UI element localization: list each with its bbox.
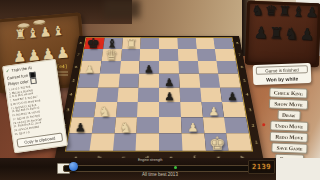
square-e1[interactable]	[159, 133, 182, 150]
square-c3[interactable]	[116, 102, 138, 117]
active-item-dot	[262, 123, 265, 126]
difficulty-slider-track[interactable]	[63, 165, 253, 172]
square-h3[interactable]	[222, 102, 246, 117]
white-pawn-a6[interactable]: ♟	[85, 65, 95, 74]
square-f2[interactable]: ♟	[181, 117, 204, 133]
captured-black-tray: ♞♛♜♝♟ ♟♜♞♟	[245, 1, 320, 68]
square-b7[interactable]: ♛	[101, 49, 121, 61]
square-g7[interactable]	[196, 49, 216, 61]
square-c4[interactable]	[117, 87, 139, 101]
square-e4[interactable]: ♟	[159, 87, 180, 101]
square-g5[interactable]	[199, 74, 221, 87]
square-d3[interactable]	[137, 102, 159, 117]
white-knight-c2[interactable]: ♞	[119, 122, 132, 133]
chess-board: ♚♝♜♛♟♟♟♟♟♞♟♟♞♟♚ abcdefgh 87654321 876543…	[54, 36, 264, 162]
captured-black-pawn: ♟	[305, 5, 318, 19]
square-e8[interactable]	[159, 38, 178, 49]
square-f1[interactable]	[181, 133, 205, 150]
square-a6[interactable]: ♟	[80, 61, 102, 74]
white-rook-c8[interactable]: ♜	[125, 39, 137, 49]
square-d7[interactable]	[140, 49, 159, 61]
captured-black-pawn: ♟	[300, 27, 315, 43]
square-e2[interactable]	[159, 117, 181, 133]
square-a3[interactable]	[72, 102, 96, 117]
captured-black-bishop: ♝	[292, 4, 305, 18]
black-pawn-a2[interactable]: ♟	[75, 124, 86, 134]
square-f8[interactable]	[177, 38, 196, 49]
captured-white-bishop: ♝	[52, 24, 65, 38]
white-pawn-g3[interactable]: ♟	[208, 108, 219, 117]
captured-white-pawn: ♟	[39, 25, 52, 39]
menu-button-check-king[interactable]: Check King	[269, 87, 308, 98]
black-pawn-e5[interactable]: ♟	[164, 79, 174, 88]
square-e5[interactable]: ♟	[159, 74, 179, 87]
white-pawn-f2[interactable]: ♟	[187, 124, 198, 134]
square-d8[interactable]	[140, 38, 159, 49]
square-a8[interactable]: ♚	[84, 38, 104, 49]
square-f3[interactable]	[180, 102, 202, 117]
square-d5[interactable]	[139, 74, 159, 87]
black-king-a8[interactable]: ♚	[87, 38, 101, 50]
menu-button-show-move[interactable]: Show Move	[269, 98, 308, 109]
square-f5[interactable]	[179, 74, 200, 87]
move-list: 1. e4 e5 2. Nf3 Nc63. Bb5 a6 4. Ba4 Nf65…	[8, 82, 62, 137]
square-c8[interactable]: ♜	[122, 38, 141, 49]
captured-white-pawn: ♟	[55, 45, 70, 61]
square-a1[interactable]	[66, 133, 92, 150]
black-pawn-e4[interactable]: ♟	[164, 93, 174, 102]
square-f4[interactable]	[179, 87, 201, 101]
square-h1[interactable]	[226, 133, 252, 150]
square-b3[interactable]: ♞	[94, 102, 117, 117]
square-g1[interactable]: ♚	[204, 133, 229, 150]
square-h2[interactable]	[224, 117, 249, 133]
square-f7[interactable]	[178, 49, 198, 61]
rank-label-8: 8	[233, 37, 241, 48]
captured-black-rook: ♜	[269, 26, 284, 42]
square-h5[interactable]	[218, 74, 240, 87]
square-d4[interactable]	[138, 87, 159, 101]
black-pawn-h4[interactable]: ♟	[227, 93, 237, 102]
square-b2[interactable]	[92, 117, 116, 133]
background-fireplace	[104, 0, 140, 18]
square-c7[interactable]	[121, 49, 141, 61]
black-pawn-d6[interactable]: ♟	[144, 65, 154, 74]
square-e3[interactable]	[159, 102, 181, 117]
menu-button-draw[interactable]: Draw	[277, 110, 301, 121]
square-h8[interactable]	[214, 38, 234, 49]
square-g8[interactable]	[195, 38, 215, 49]
captured-black-queen: ♛	[265, 3, 278, 17]
captured-black-rook: ♜	[278, 4, 291, 18]
square-a2[interactable]: ♟	[69, 117, 94, 133]
white-queen-b7[interactable]: ♛	[104, 50, 117, 61]
square-b4[interactable]	[96, 87, 118, 101]
square-c6[interactable]	[119, 61, 139, 74]
square-g3[interactable]: ♟	[201, 102, 224, 117]
square-d2[interactable]	[137, 117, 159, 133]
difficulty-slider-knob[interactable]	[69, 162, 78, 171]
square-d1[interactable]	[136, 133, 159, 150]
square-h4[interactable]: ♟	[220, 87, 243, 101]
captured-black-knight: ♞	[251, 3, 264, 17]
square-g4[interactable]	[200, 87, 222, 101]
square-b6[interactable]	[100, 61, 121, 74]
status-result: Won by white	[256, 75, 308, 83]
square-b1[interactable]	[89, 133, 114, 150]
game-status-panel: Game is finished Won by white	[253, 63, 312, 85]
white-king-g1[interactable]: ♚	[209, 136, 226, 151]
square-h7[interactable]	[215, 49, 236, 61]
captured-black-pawn: ♟	[254, 25, 269, 41]
captured-black-knight: ♞	[284, 26, 299, 42]
menu-button-redo-move[interactable]: Redo Move	[270, 132, 308, 143]
square-g6[interactable]	[197, 61, 218, 74]
square-h6[interactable]	[217, 61, 239, 74]
captured-white-rook: ♜	[14, 27, 27, 41]
square-c1[interactable]	[113, 133, 137, 150]
square-f6[interactable]	[178, 61, 198, 74]
captured-white-bishop: ♝	[27, 26, 40, 40]
game-screen: ♜♝♟♝ ♟♟♟♟ ♞♛♜♝♟ ♟♜♞♟ ♚♝♜♛♟♟♟♟♟♞♟♟♞♟♚ abc…	[0, 0, 320, 180]
player-color-indicator	[30, 77, 37, 84]
white-knight-b3[interactable]: ♞	[98, 106, 110, 117]
square-a7[interactable]	[82, 49, 103, 61]
square-d6[interactable]: ♟	[139, 61, 159, 74]
square-e7[interactable]	[159, 49, 178, 61]
rating-display: 2139	[248, 160, 275, 174]
engine-strength-label: Engine strength	[138, 158, 163, 162]
square-g2[interactable]	[202, 117, 226, 133]
square-b5[interactable]	[98, 74, 120, 87]
square-a5[interactable]	[77, 74, 99, 87]
board-playing-surface: ♚♝♜♛♟♟♟♟♟♞♟♟♞♟♚	[65, 37, 253, 151]
square-a4[interactable]	[75, 87, 98, 101]
square-e6[interactable]	[159, 61, 179, 74]
menu-button-undo-move[interactable]: Undo Move	[270, 121, 308, 132]
status-line: Game is finished	[256, 65, 308, 75]
menu-button-save-game[interactable]: Save Game	[271, 143, 307, 154]
square-c2[interactable]: ♞	[114, 117, 137, 133]
all-time-best-marker	[174, 166, 177, 169]
square-c5[interactable]	[118, 74, 139, 87]
